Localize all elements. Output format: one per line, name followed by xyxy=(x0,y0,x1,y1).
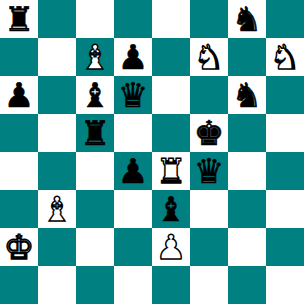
white-bishop[interactable]: ♝ xyxy=(42,190,72,228)
white-knight[interactable]: ♞ xyxy=(194,38,224,76)
square-d5[interactable] xyxy=(114,114,152,152)
black-bishop[interactable]: ♝ xyxy=(80,76,110,114)
square-c5[interactable]: ♜ xyxy=(76,114,114,152)
square-d3[interactable] xyxy=(114,190,152,228)
square-a5[interactable] xyxy=(0,114,38,152)
square-h8[interactable] xyxy=(266,0,304,38)
square-c3[interactable] xyxy=(76,190,114,228)
square-g3[interactable] xyxy=(228,190,266,228)
square-a7[interactable] xyxy=(0,38,38,76)
square-c4[interactable] xyxy=(76,152,114,190)
square-b6[interactable] xyxy=(38,76,76,114)
square-a1[interactable] xyxy=(0,266,38,304)
square-d1[interactable] xyxy=(114,266,152,304)
square-a8[interactable]: ♜ xyxy=(0,0,38,38)
square-f4[interactable]: ♛ xyxy=(190,152,228,190)
square-e6[interactable] xyxy=(152,76,190,114)
square-a4[interactable] xyxy=(0,152,38,190)
square-c8[interactable] xyxy=(76,0,114,38)
square-c2[interactable] xyxy=(76,228,114,266)
black-pawn[interactable]: ♟ xyxy=(118,38,148,76)
square-b1[interactable] xyxy=(38,266,76,304)
square-e8[interactable] xyxy=(152,0,190,38)
square-g2[interactable] xyxy=(228,228,266,266)
square-h4[interactable] xyxy=(266,152,304,190)
white-pawn[interactable]: ♟ xyxy=(156,228,186,266)
square-h5[interactable] xyxy=(266,114,304,152)
white-king[interactable]: ♚ xyxy=(4,228,34,266)
square-h1[interactable] xyxy=(266,266,304,304)
square-a2[interactable]: ♚ xyxy=(0,228,38,266)
square-d4[interactable]: ♟ xyxy=(114,152,152,190)
black-pawn[interactable]: ♟ xyxy=(118,152,148,190)
square-f3[interactable] xyxy=(190,190,228,228)
white-rook[interactable]: ♜ xyxy=(156,152,186,190)
square-b7[interactable] xyxy=(38,38,76,76)
white-bishop[interactable]: ♝ xyxy=(80,38,110,76)
square-h3[interactable] xyxy=(266,190,304,228)
square-b3[interactable]: ♝ xyxy=(38,190,76,228)
black-rook[interactable]: ♜ xyxy=(80,114,110,152)
black-knight[interactable]: ♞ xyxy=(232,0,262,38)
square-c6[interactable]: ♝ xyxy=(76,76,114,114)
square-d8[interactable] xyxy=(114,0,152,38)
square-c7[interactable]: ♝ xyxy=(76,38,114,76)
square-e1[interactable] xyxy=(152,266,190,304)
square-h6[interactable] xyxy=(266,76,304,114)
black-rook[interactable]: ♜ xyxy=(4,0,34,38)
black-pawn[interactable]: ♟ xyxy=(4,76,34,114)
square-g7[interactable] xyxy=(228,38,266,76)
square-d6[interactable]: ♛ xyxy=(114,76,152,114)
square-d7[interactable]: ♟ xyxy=(114,38,152,76)
black-queen[interactable]: ♛ xyxy=(194,152,224,190)
square-e7[interactable] xyxy=(152,38,190,76)
square-g1[interactable] xyxy=(228,266,266,304)
square-b8[interactable] xyxy=(38,0,76,38)
square-a6[interactable]: ♟ xyxy=(0,76,38,114)
square-g4[interactable] xyxy=(228,152,266,190)
square-g8[interactable]: ♞ xyxy=(228,0,266,38)
square-g5[interactable] xyxy=(228,114,266,152)
square-b5[interactable] xyxy=(38,114,76,152)
black-bishop[interactable]: ♝ xyxy=(156,190,186,228)
square-d2[interactable] xyxy=(114,228,152,266)
square-f7[interactable]: ♞ xyxy=(190,38,228,76)
black-queen[interactable]: ♛ xyxy=(118,76,148,114)
square-b2[interactable] xyxy=(38,228,76,266)
square-f5[interactable]: ♚ xyxy=(190,114,228,152)
square-c1[interactable] xyxy=(76,266,114,304)
square-f8[interactable] xyxy=(190,0,228,38)
chess-board: ♜♞♝♟♞♞♟♝♛♞♜♚♟♜♛♝♝♚♟ xyxy=(0,0,304,304)
square-h2[interactable] xyxy=(266,228,304,266)
square-e3[interactable]: ♝ xyxy=(152,190,190,228)
square-a3[interactable] xyxy=(0,190,38,228)
square-b4[interactable] xyxy=(38,152,76,190)
square-e5[interactable] xyxy=(152,114,190,152)
square-g6[interactable]: ♞ xyxy=(228,76,266,114)
square-f6[interactable] xyxy=(190,76,228,114)
black-knight[interactable]: ♞ xyxy=(232,76,262,114)
black-king[interactable]: ♚ xyxy=(194,114,224,152)
square-e2[interactable]: ♟ xyxy=(152,228,190,266)
square-f2[interactable] xyxy=(190,228,228,266)
white-knight[interactable]: ♞ xyxy=(270,38,300,76)
square-h7[interactable]: ♞ xyxy=(266,38,304,76)
square-e4[interactable]: ♜ xyxy=(152,152,190,190)
square-f1[interactable] xyxy=(190,266,228,304)
